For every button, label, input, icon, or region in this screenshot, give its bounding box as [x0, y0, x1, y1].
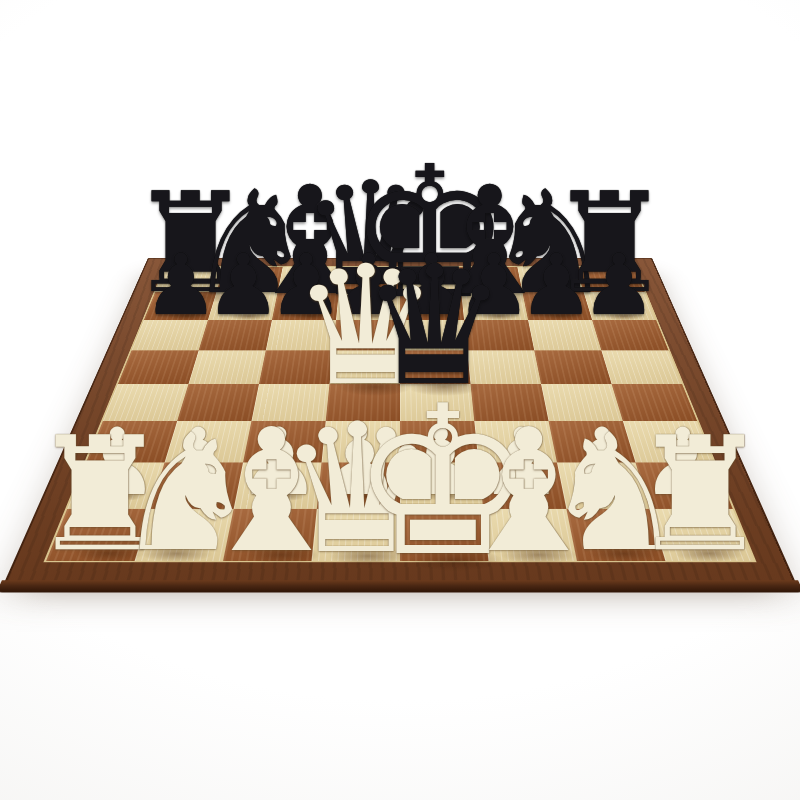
pieces-layer: ♜♞♝♛♚♝♞♜♟♟♟♟♟♟♟♟♛♛♟♟♟♟♟♟♟♟♜♞♝♛♚♝♞♜ — [0, 0, 800, 800]
black-pawn-h7: ♟ — [581, 242, 657, 327]
chess-set-photo: ♜♞♝♛♚♝♞♜♟♟♟♟♟♟♟♟♛♛♟♟♟♟♟♟♟♟♜♞♝♛♚♝♞♜ — [0, 0, 800, 800]
white-rook-h1: ♜ — [630, 416, 771, 573]
